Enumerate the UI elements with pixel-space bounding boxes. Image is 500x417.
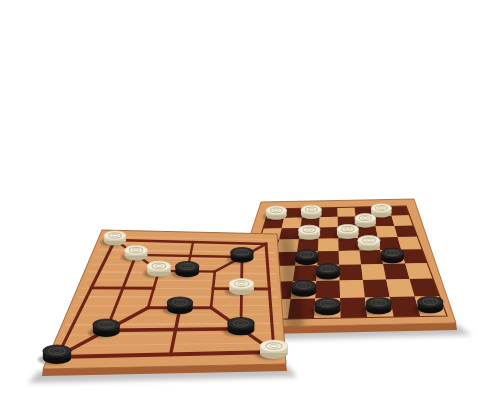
piece-top [418,296,444,307]
checkers-square-r3c7 [376,226,398,238]
piece-top [228,317,255,328]
checkers-square-r6c5 [339,264,363,280]
boards-illustration [0,0,500,417]
checkers-square-r7c4 [315,280,340,298]
piece-top [175,261,199,271]
checkers-square-r7c6 [363,280,390,298]
piece-top [295,250,318,260]
piece-top [316,264,340,274]
piece-top [260,340,288,352]
piece-top [231,247,254,257]
black-piece-a1[interactable] [38,345,71,365]
checkers-square-r6c7 [383,264,410,280]
checkers-square-r4c4 [318,238,339,251]
checkers-square-r5c5 [339,251,361,265]
piece-top [147,261,171,271]
mill-line [106,329,241,331]
checkers-square-r2c2 [282,218,302,229]
piece-top [93,319,120,330]
product-photo-scene [0,0,500,417]
piece-top [43,345,71,357]
morris-board [28,230,297,383]
piece-top [167,297,193,308]
checkers-square-r8c5 [340,298,367,319]
checkers-square-r5c4 [317,251,339,265]
checkers-square-r7c5 [340,280,365,298]
checkers-square-r6c6 [361,264,386,280]
checkers-square-r1c5 [337,207,355,217]
piece-top [104,231,126,240]
piece-top [366,297,392,308]
piece-top [125,245,148,255]
checkers-square-r1c4 [320,208,338,218]
piece-top [229,278,254,288]
checkers-square-r2c4 [319,217,338,228]
piece-top [315,298,341,309]
piece-top [358,236,380,245]
piece-top [291,280,316,290]
piece-top [381,248,404,258]
